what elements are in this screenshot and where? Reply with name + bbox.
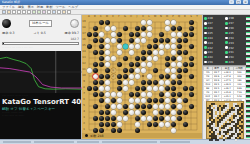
white-stone[interactable] — [165, 68, 170, 73]
white-stone[interactable] — [123, 80, 128, 85]
black-stone[interactable] — [123, 104, 128, 109]
white-stone[interactable] — [111, 38, 116, 43]
black-stone[interactable] — [159, 98, 164, 103]
menu-item[interactable]: 対局 — [37, 5, 43, 9]
black-stone[interactable] — [135, 116, 140, 121]
black-stone[interactable] — [159, 38, 164, 43]
black-stone[interactable] — [93, 92, 98, 97]
white-stone[interactable] — [177, 32, 182, 37]
black-stone[interactable] — [183, 68, 188, 73]
white-stone[interactable] — [177, 104, 182, 109]
white-stone[interactable] — [111, 32, 116, 37]
white-stone[interactable] — [177, 56, 182, 61]
last-move-button[interactable] — [27, 10, 31, 14]
menu-item[interactable]: 表示 — [27, 5, 33, 9]
black-stone[interactable] — [165, 38, 170, 43]
white-stone[interactable] — [171, 116, 176, 121]
black-stone[interactable] — [153, 80, 158, 85]
black-stone[interactable] — [135, 104, 140, 109]
move-list-item[interactable]: 239 — [204, 60, 224, 64]
black-stone[interactable] — [135, 56, 140, 61]
black-stone[interactable] — [171, 56, 176, 61]
black-stone[interactable] — [111, 128, 116, 133]
black-stone[interactable] — [189, 104, 194, 109]
white-stone[interactable] — [105, 98, 110, 103]
black-stone[interactable] — [171, 122, 176, 127]
save-file-button[interactable] — [7, 10, 11, 14]
white-stone[interactable] — [159, 86, 164, 91]
white-stone[interactable] — [177, 62, 182, 67]
black-stone[interactable] — [171, 92, 176, 97]
white-stone[interactable] — [165, 104, 170, 109]
white-stone[interactable] — [99, 86, 104, 91]
black-stone[interactable] — [93, 62, 98, 67]
white-stone[interactable] — [105, 80, 110, 85]
winrate-strip-scrollbar[interactable] — [246, 15, 250, 139]
black-stone[interactable] — [123, 26, 128, 31]
white-stone[interactable] — [171, 74, 176, 79]
black-stone[interactable] — [129, 92, 134, 97]
white-stone[interactable] — [141, 98, 146, 103]
black-stone[interactable] — [105, 122, 110, 127]
black-stone[interactable] — [153, 38, 158, 43]
black-stone[interactable] — [189, 92, 194, 97]
black-stone[interactable] — [153, 98, 158, 103]
goban[interactable]: 12 — [86, 19, 200, 133]
white-stone[interactable] — [171, 110, 176, 115]
white-stone[interactable] — [105, 50, 110, 55]
white-stone[interactable] — [171, 62, 176, 67]
black-stone[interactable] — [177, 50, 182, 55]
move-list-item[interactable]: 244 — [204, 36, 224, 40]
black-stone[interactable] — [105, 20, 110, 25]
black-stone[interactable] — [99, 122, 104, 127]
black-stone[interactable] — [87, 44, 92, 49]
white-stone[interactable] — [129, 50, 134, 55]
edit-mode-button[interactable] — [57, 10, 61, 14]
black-stone[interactable] — [99, 50, 104, 55]
white-stone[interactable] — [147, 92, 152, 97]
white-stone[interactable] — [129, 74, 134, 79]
black-stone[interactable] — [165, 56, 170, 61]
black-stone[interactable] — [135, 86, 140, 91]
black-stone[interactable] — [99, 44, 104, 49]
black-stone[interactable] — [183, 50, 188, 55]
black-stone[interactable] — [135, 62, 140, 67]
black-stone[interactable] — [153, 122, 158, 127]
black-stone[interactable] — [189, 56, 194, 61]
comment-button[interactable] — [62, 10, 66, 14]
black-stone[interactable] — [141, 104, 146, 109]
black-stone[interactable] — [171, 98, 176, 103]
white-stone[interactable] — [159, 44, 164, 49]
ownership-point — [223, 139, 225, 141]
settings-button[interactable] — [47, 10, 51, 14]
move-list-item[interactable]: 234 — [225, 36, 245, 40]
move-list[interactable]: 248247246245244243242241240239 238237236… — [203, 15, 246, 65]
move-list-item[interactable]: 236 — [225, 26, 245, 30]
black-stone[interactable] — [177, 68, 182, 73]
black-stone[interactable] — [189, 74, 194, 79]
black-stone[interactable] — [177, 116, 182, 121]
white-stone[interactable] — [135, 122, 140, 127]
white-stone[interactable] — [135, 98, 140, 103]
black-stone[interactable] — [117, 86, 122, 91]
white-stone[interactable] — [111, 26, 116, 31]
white-stone[interactable] — [165, 20, 170, 25]
black-stone[interactable] — [93, 128, 98, 133]
black-stone[interactable] — [177, 80, 182, 85]
next-move-button[interactable] — [22, 10, 26, 14]
white-stone[interactable] — [141, 20, 146, 25]
white-stone[interactable] — [165, 80, 170, 85]
white-stone[interactable] — [117, 98, 122, 103]
to-move-stone-icon — [85, 134, 88, 137]
white-stone[interactable] — [171, 50, 176, 55]
black-stone[interactable] — [93, 26, 98, 31]
console-dim-line: ·· ···· ······· ··· ······· — [2, 114, 79, 117]
black-stone[interactable] — [117, 74, 122, 79]
black-stone[interactable] — [99, 98, 104, 103]
white-stone[interactable] — [153, 50, 158, 55]
white-stone[interactable] — [105, 44, 110, 49]
white-stone[interactable] — [111, 110, 116, 115]
black-stone[interactable] — [99, 56, 104, 61]
black-winrate: 勝率 0.3 — [2, 31, 14, 35]
black-stone[interactable] — [177, 38, 182, 43]
black-stone[interactable] — [123, 110, 128, 115]
black-stone[interactable] — [147, 44, 152, 49]
white-stone[interactable] — [159, 80, 164, 85]
open-file-button[interactable] — [2, 10, 6, 14]
move-list-item[interactable]: 237 — [225, 21, 245, 25]
first-move-button[interactable] — [12, 10, 16, 14]
white-stone[interactable] — [165, 116, 170, 121]
white-stone[interactable] — [117, 116, 122, 121]
white-stone[interactable] — [135, 110, 140, 115]
analysis-table[interactable]: 手勝率目差訪問数G599.7+18.252kC999.6+17.831kH499… — [203, 65, 246, 101]
white-stone[interactable] — [147, 62, 152, 67]
white-stone[interactable] — [123, 86, 128, 91]
white-stone[interactable] — [159, 50, 164, 55]
white-stone[interactable] — [135, 38, 140, 43]
black-stone[interactable] — [99, 92, 104, 97]
move-list-item[interactable]: 242 — [204, 45, 224, 49]
black-stone[interactable] — [105, 104, 110, 109]
black-stone[interactable] — [159, 92, 164, 97]
black-stone[interactable] — [117, 80, 122, 85]
white-stone[interactable] — [135, 44, 140, 49]
white-stone[interactable] — [171, 68, 176, 73]
black-stone[interactable] — [165, 110, 170, 115]
help-button[interactable] — [67, 10, 71, 14]
analyze-button[interactable] — [32, 10, 36, 14]
white-stone[interactable] — [171, 38, 176, 43]
black-stone[interactable] — [111, 116, 116, 121]
menu-item[interactable]: ファイル — [2, 5, 15, 9]
console-dim-line: ····· ········· ···· ·· ········ — [2, 94, 79, 97]
black-stone[interactable] — [141, 110, 146, 115]
white-stone[interactable] — [159, 122, 164, 127]
black-stone[interactable] — [183, 62, 188, 67]
move-list-item[interactable]: 247 — [204, 21, 224, 25]
black-stone[interactable] — [99, 80, 104, 85]
black-stone[interactable] — [183, 86, 188, 91]
black-stone[interactable] — [141, 50, 146, 55]
white-stone[interactable] — [177, 98, 182, 103]
black-stone[interactable] — [183, 38, 188, 43]
move-list-item[interactable]: 243 — [204, 41, 224, 45]
white-stone[interactable] — [165, 98, 170, 103]
white-stone[interactable] — [135, 74, 140, 79]
white-stone[interactable] — [129, 44, 134, 49]
black-stone[interactable] — [111, 98, 116, 103]
white-stone[interactable] — [147, 26, 152, 31]
black-stone[interactable] — [153, 116, 158, 121]
black-stone[interactable] — [141, 80, 146, 85]
white-stone[interactable] — [147, 116, 152, 121]
black-stone[interactable] — [183, 122, 188, 127]
white-stone[interactable] — [147, 86, 152, 91]
white-stone[interactable] — [105, 56, 110, 61]
white-stone[interactable] — [153, 86, 158, 91]
black-stone[interactable] — [99, 74, 104, 79]
white-stone[interactable] — [129, 80, 134, 85]
black-stone[interactable] — [177, 110, 182, 115]
black-player-stone-icon — [2, 19, 11, 28]
black-stone[interactable] — [129, 38, 134, 43]
move-number: 232 — [229, 46, 234, 50]
prev-move-button[interactable] — [17, 10, 21, 14]
black-stone[interactable] — [165, 62, 170, 67]
white-stone[interactable] — [147, 74, 152, 79]
black-stone[interactable] — [105, 116, 110, 121]
move-list-item[interactable]: 230 — [225, 55, 245, 59]
white-stone[interactable] — [165, 92, 170, 97]
black-stone[interactable] — [147, 122, 152, 127]
black-stone[interactable] — [99, 110, 104, 115]
white-stone[interactable] — [153, 104, 158, 109]
best-move-suggestion[interactable] — [123, 44, 128, 49]
move-list-item[interactable]: 231 — [225, 50, 245, 54]
black-stone[interactable] — [87, 32, 92, 37]
black-stone[interactable] — [105, 74, 110, 79]
winrate-bar — [2, 42, 79, 45]
black-stone[interactable] — [189, 86, 194, 91]
black-stone[interactable] — [135, 128, 140, 133]
white-stone[interactable] — [123, 116, 128, 121]
white-stone[interactable] — [135, 68, 140, 73]
black-stone[interactable] — [141, 56, 146, 61]
black-stone[interactable] — [171, 104, 176, 109]
white-stone[interactable] — [117, 92, 122, 97]
black-stone[interactable] — [177, 44, 182, 49]
white-stone[interactable] — [147, 56, 152, 61]
black-stone[interactable] — [189, 32, 194, 37]
white-stone[interactable] — [165, 44, 170, 49]
move-list-item[interactable]: 245 — [204, 31, 224, 35]
black-stone[interactable] — [99, 38, 104, 43]
white-stone[interactable] — [171, 44, 176, 49]
white-stone[interactable] — [141, 116, 146, 121]
white-stone[interactable] — [117, 104, 122, 109]
winrate-graph[interactable] — [0, 51, 81, 93]
black-stone[interactable] — [183, 110, 188, 115]
black-stone[interactable] — [123, 68, 128, 73]
black-stone[interactable] — [177, 26, 182, 31]
black-stone[interactable] — [93, 104, 98, 109]
app-window: KataGo 解析 ─ □ × ファイル編集表示対局解析ツールヘルプ 日本 — [0, 0, 250, 144]
menu-item[interactable]: ヘルプ — [68, 5, 78, 9]
white-stone[interactable] — [159, 104, 164, 109]
black-stone[interactable] — [129, 62, 134, 67]
black-stone[interactable] — [171, 80, 176, 85]
move-list-item[interactable]: 229 — [225, 60, 245, 64]
white-stone[interactable] — [141, 62, 146, 67]
black-stone[interactable] — [135, 32, 140, 37]
white-stone[interactable] — [153, 110, 158, 115]
white-stone[interactable] — [147, 32, 152, 37]
black-stone[interactable] — [189, 44, 194, 49]
black-stone[interactable] — [123, 74, 128, 79]
white-stone[interactable] — [129, 98, 134, 103]
white-stone[interactable] — [105, 86, 110, 91]
black-stone[interactable] — [171, 26, 176, 31]
engine-console: ····· ········· ···· ·· ········ KataGo … — [0, 93, 81, 139]
move-number: 240 — [208, 55, 213, 59]
move-list-item[interactable]: 240 — [204, 55, 224, 59]
black-stone[interactable] — [135, 92, 140, 97]
black-stone[interactable] — [159, 110, 164, 115]
white-stone[interactable] — [105, 62, 110, 67]
black-stone[interactable] — [123, 56, 128, 61]
analysis-row[interactable]: K1099.4+15.15.5k — [204, 95, 246, 99]
move-list-item[interactable]: 246 — [204, 26, 224, 30]
black-stone[interactable] — [153, 68, 158, 73]
black-stone[interactable] — [159, 116, 164, 121]
right-panel: 248247246245244243242241240239 238237236… — [202, 15, 246, 139]
black-stone[interactable] — [117, 62, 122, 67]
white-stone[interactable] — [141, 32, 146, 37]
new-game-button[interactable] — [52, 10, 56, 14]
score-button[interactable] — [42, 10, 46, 14]
white-stone[interactable] — [105, 26, 110, 31]
black-stone[interactable] — [117, 32, 122, 37]
white-stone[interactable] — [141, 92, 146, 97]
variation-ghost-stone[interactable]: 2 — [111, 74, 116, 79]
black-stone[interactable] — [135, 26, 140, 31]
move-list-item[interactable]: 235 — [225, 31, 245, 35]
black-stone[interactable] — [93, 68, 98, 73]
black-stone[interactable] — [141, 26, 146, 31]
black-stone[interactable] — [153, 44, 158, 49]
black-stone[interactable] — [147, 98, 152, 103]
black-stone[interactable] — [189, 20, 194, 25]
white-stone[interactable] — [117, 44, 122, 49]
white-stone[interactable] — [171, 20, 176, 25]
black-stone[interactable] — [165, 74, 170, 79]
black-stone[interactable] — [177, 92, 182, 97]
white-stone[interactable] — [105, 92, 110, 97]
black-stone[interactable] — [117, 38, 122, 43]
black-stone[interactable] — [93, 86, 98, 91]
white-stone[interactable] — [117, 122, 122, 127]
move-list-item[interactable]: 233 — [225, 41, 245, 45]
black-stone[interactable] — [171, 86, 176, 91]
white-stone[interactable] — [171, 128, 176, 133]
black-stone[interactable] — [99, 128, 104, 133]
menu-item[interactable]: 編集 — [18, 5, 24, 9]
white-stone[interactable] — [141, 68, 146, 73]
black-stone[interactable] — [183, 32, 188, 37]
black-stone[interactable] — [177, 74, 182, 79]
white-stone[interactable] — [147, 20, 152, 25]
white-stone[interactable] — [129, 104, 134, 109]
black-stone[interactable] — [93, 38, 98, 43]
white-stone[interactable] — [111, 56, 116, 61]
black-stone[interactable] — [99, 116, 104, 121]
white-stone[interactable] — [99, 32, 104, 37]
black-stone[interactable] — [141, 86, 146, 91]
white-stone[interactable] — [117, 50, 122, 55]
variation-ghost-stone[interactable]: 1 — [111, 68, 116, 73]
black-stone[interactable] — [129, 32, 134, 37]
white-stone[interactable] — [111, 104, 116, 109]
white-stone[interactable] — [111, 92, 116, 97]
analysis-row[interactable]: Q1299.5+16.912k — [204, 83, 246, 87]
black-stone[interactable] — [93, 116, 98, 121]
menu-item[interactable]: ツール — [56, 5, 66, 9]
move-number: 242 — [208, 46, 213, 50]
move-list-item[interactable]: 241 — [204, 50, 224, 54]
black-stone[interactable] — [183, 98, 188, 103]
black-stone[interactable] — [189, 62, 194, 67]
black-stone[interactable] — [93, 50, 98, 55]
black-stone[interactable] — [147, 50, 152, 55]
black-stone[interactable] — [93, 80, 98, 85]
black-stone[interactable] — [117, 128, 122, 133]
black-stone[interactable] — [99, 20, 104, 25]
menu-item[interactable]: 解析 — [46, 5, 52, 9]
white-stone[interactable] — [165, 26, 170, 31]
black-stone[interactable] — [147, 80, 152, 85]
black-stone[interactable] — [93, 32, 98, 37]
black-stone[interactable] — [129, 68, 134, 73]
white-stone[interactable] — [87, 68, 92, 73]
black-stone[interactable] — [105, 68, 110, 73]
pass-button[interactable] — [37, 10, 41, 14]
black-stone[interactable] — [189, 26, 194, 31]
black-stone[interactable] — [159, 74, 164, 79]
black-stone[interactable] — [105, 110, 110, 115]
white-stone[interactable] — [129, 110, 134, 115]
black-stone[interactable] — [159, 32, 164, 37]
white-stone[interactable] — [105, 38, 110, 43]
white-stone[interactable] — [171, 32, 176, 37]
black-stone[interactable] — [147, 104, 152, 109]
black-stone[interactable] — [165, 86, 170, 91]
move-list-item[interactable]: 232 — [225, 45, 245, 49]
white-stone[interactable] — [141, 38, 146, 43]
move-list-item[interactable]: 238 — [225, 16, 245, 20]
black-stone[interactable] — [87, 86, 92, 91]
black-stone[interactable] — [99, 62, 104, 67]
komi-label: コミ 0.5 — [33, 31, 46, 35]
black-stone[interactable] — [111, 122, 116, 127]
white-stone[interactable] — [165, 122, 170, 127]
white-stone[interactable] — [153, 56, 158, 61]
move-list-item[interactable]: 248 — [204, 16, 224, 20]
